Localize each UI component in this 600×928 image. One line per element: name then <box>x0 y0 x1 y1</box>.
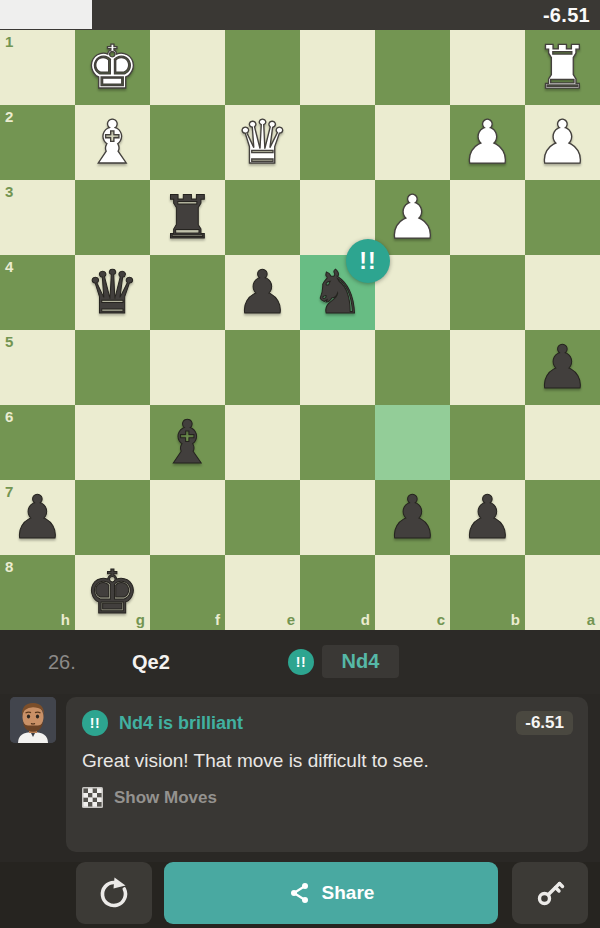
file-label-c: c <box>437 611 445 628</box>
top-bar: -6.51 <box>0 0 600 30</box>
square-c3[interactable]: ♟ <box>375 180 450 255</box>
retry-button[interactable] <box>76 862 152 924</box>
square-c8[interactable]: c <box>375 555 450 630</box>
square-c2[interactable] <box>375 105 450 180</box>
file-label-g: g <box>136 611 145 628</box>
square-h3[interactable]: 3 <box>0 180 75 255</box>
rank-label-5: 5 <box>5 333 13 350</box>
move-number: 26. <box>48 630 76 694</box>
file-label-f: f <box>215 611 220 628</box>
file-label-e: e <box>287 611 295 628</box>
square-f4[interactable] <box>150 255 225 330</box>
square-d6[interactable] <box>300 405 375 480</box>
evaluation-score: -6.51 <box>543 0 590 30</box>
square-e1[interactable] <box>225 30 300 105</box>
square-f3[interactable]: ♜ <box>150 180 225 255</box>
square-h4[interactable]: 4 <box>0 255 75 330</box>
key-button[interactable] <box>512 862 588 924</box>
bottom-bar: Share <box>0 862 600 928</box>
square-g2[interactable]: ♝ <box>75 105 150 180</box>
square-c5[interactable] <box>375 330 450 405</box>
evaluation-chip: -6.51 <box>516 711 573 735</box>
square-g1[interactable]: ♚ <box>75 30 150 105</box>
comment-card: !! Nd4 is brilliant -6.51 Great vision! … <box>66 697 588 852</box>
square-h5[interactable]: 5 <box>0 330 75 405</box>
square-b4[interactable] <box>450 255 525 330</box>
white-king: ♚ <box>75 30 150 105</box>
analysis-screen: -6.51 1♚♜2♝♛♟♟3♜♟4♛♟♞5♟6♝♟7♟♟8h♚gfedcba … <box>0 0 600 928</box>
square-e7[interactable] <box>225 480 300 555</box>
square-e3[interactable] <box>225 180 300 255</box>
white-pawn: ♟ <box>525 105 600 180</box>
black-pawn: ♟ <box>375 480 450 555</box>
rank-label-4: 4 <box>5 258 13 275</box>
share-label: Share <box>322 882 375 904</box>
square-a7[interactable] <box>525 480 600 555</box>
rank-label-6: 6 <box>5 408 13 425</box>
move-list-bar: 26. Qe2 !! Nd4 <box>0 630 600 694</box>
square-a6[interactable] <box>525 405 600 480</box>
brilliant-glyph: !! <box>90 715 100 731</box>
brilliant-glyph: !! <box>296 654 306 670</box>
square-b3[interactable] <box>450 180 525 255</box>
square-e6[interactable] <box>225 405 300 480</box>
white-queen: ♛ <box>225 105 300 180</box>
square-g4[interactable]: ♛ <box>75 255 150 330</box>
key-icon <box>533 876 567 910</box>
square-b2[interactable]: ♟ <box>450 105 525 180</box>
square-c6[interactable] <box>375 405 450 480</box>
white-pawn: ♟ <box>450 105 525 180</box>
checkerboard-icon <box>82 787 103 808</box>
comment-title: Nd4 is brilliant <box>119 713 243 734</box>
square-g3[interactable] <box>75 180 150 255</box>
brilliant-icon: !! <box>288 649 314 675</box>
square-b6[interactable] <box>450 405 525 480</box>
rank-label-2: 2 <box>5 108 13 125</box>
square-h7[interactable]: ♟7 <box>0 480 75 555</box>
square-a5[interactable]: ♟ <box>525 330 600 405</box>
square-f7[interactable] <box>150 480 225 555</box>
square-a8[interactable]: a <box>525 555 600 630</box>
rank-label-7: 7 <box>5 483 13 500</box>
square-d7[interactable] <box>300 480 375 555</box>
square-c1[interactable] <box>375 30 450 105</box>
square-e8[interactable]: e <box>225 555 300 630</box>
white-rook: ♜ <box>525 30 600 105</box>
black-move-label: Nd4 <box>342 650 380 673</box>
refresh-icon <box>97 876 131 910</box>
file-label-h: h <box>61 611 70 628</box>
square-a3[interactable] <box>525 180 600 255</box>
square-g8[interactable]: ♚g <box>75 555 150 630</box>
comment-section: !! Nd4 is brilliant -6.51 Great vision! … <box>0 694 600 862</box>
file-label-a: a <box>587 611 595 628</box>
square-f6[interactable]: ♝ <box>150 405 225 480</box>
chess-board[interactable]: 1♚♜2♝♛♟♟3♜♟4♛♟♞5♟6♝♟7♟♟8h♚gfedcba <box>0 30 600 630</box>
black-pawn: ♟ <box>525 330 600 405</box>
square-a4[interactable] <box>525 255 600 330</box>
square-f1[interactable] <box>150 30 225 105</box>
square-a1[interactable]: ♜ <box>525 30 600 105</box>
black-queen: ♛ <box>75 255 150 330</box>
file-label-d: d <box>361 611 370 628</box>
rank-label-3: 3 <box>5 183 13 200</box>
black-pawn: ♟ <box>450 480 525 555</box>
avatar-image <box>10 697 56 743</box>
black-move-selected[interactable]: Nd4 <box>322 645 399 678</box>
square-b8[interactable]: b <box>450 555 525 630</box>
square-b7[interactable]: ♟ <box>450 480 525 555</box>
rank-label-8: 8 <box>5 558 13 575</box>
square-h1[interactable]: 1 <box>0 30 75 105</box>
share-button[interactable]: Share <box>164 862 498 924</box>
board-container: 1♚♜2♝♛♟♟3♜♟4♛♟♞5♟6♝♟7♟♟8h♚gfedcba !! <box>0 30 600 630</box>
square-h2[interactable]: 2 <box>0 105 75 180</box>
rank-label-1: 1 <box>5 33 13 50</box>
square-d8[interactable]: d <box>300 555 375 630</box>
square-d2[interactable] <box>300 105 375 180</box>
comment-body: Great vision! That move is difficult to … <box>82 750 573 772</box>
status-area <box>0 0 92 29</box>
square-e4[interactable]: ♟ <box>225 255 300 330</box>
brilliant-icon: !! <box>82 710 108 736</box>
show-moves-button[interactable]: Show Moves <box>82 787 217 808</box>
show-moves-label: Show Moves <box>114 788 217 808</box>
square-g5[interactable] <box>75 330 150 405</box>
square-f8[interactable]: f <box>150 555 225 630</box>
black-pawn: ♟ <box>225 255 300 330</box>
square-c7[interactable]: ♟ <box>375 480 450 555</box>
share-icon <box>288 881 312 905</box>
black-bishop: ♝ <box>150 405 225 480</box>
avatar[interactable] <box>10 697 56 743</box>
white-bishop: ♝ <box>75 105 150 180</box>
square-f2[interactable] <box>150 105 225 180</box>
brilliant-move-badge-icon: !! <box>346 239 390 283</box>
square-e5[interactable] <box>225 330 300 405</box>
white-pawn: ♟ <box>375 180 450 255</box>
black-rook: ♜ <box>150 180 225 255</box>
brilliant-glyph: !! <box>359 248 376 275</box>
square-d5[interactable] <box>300 330 375 405</box>
square-g7[interactable] <box>75 480 150 555</box>
square-b1[interactable] <box>450 30 525 105</box>
file-label-b: b <box>511 611 520 628</box>
square-d1[interactable] <box>300 30 375 105</box>
square-g6[interactable] <box>75 405 150 480</box>
square-h8[interactable]: 8h <box>0 555 75 630</box>
square-h6[interactable]: 6 <box>0 405 75 480</box>
square-b5[interactable] <box>450 330 525 405</box>
white-move[interactable]: Qe2 <box>132 630 170 694</box>
square-e2[interactable]: ♛ <box>225 105 300 180</box>
square-a2[interactable]: ♟ <box>525 105 600 180</box>
square-f5[interactable] <box>150 330 225 405</box>
